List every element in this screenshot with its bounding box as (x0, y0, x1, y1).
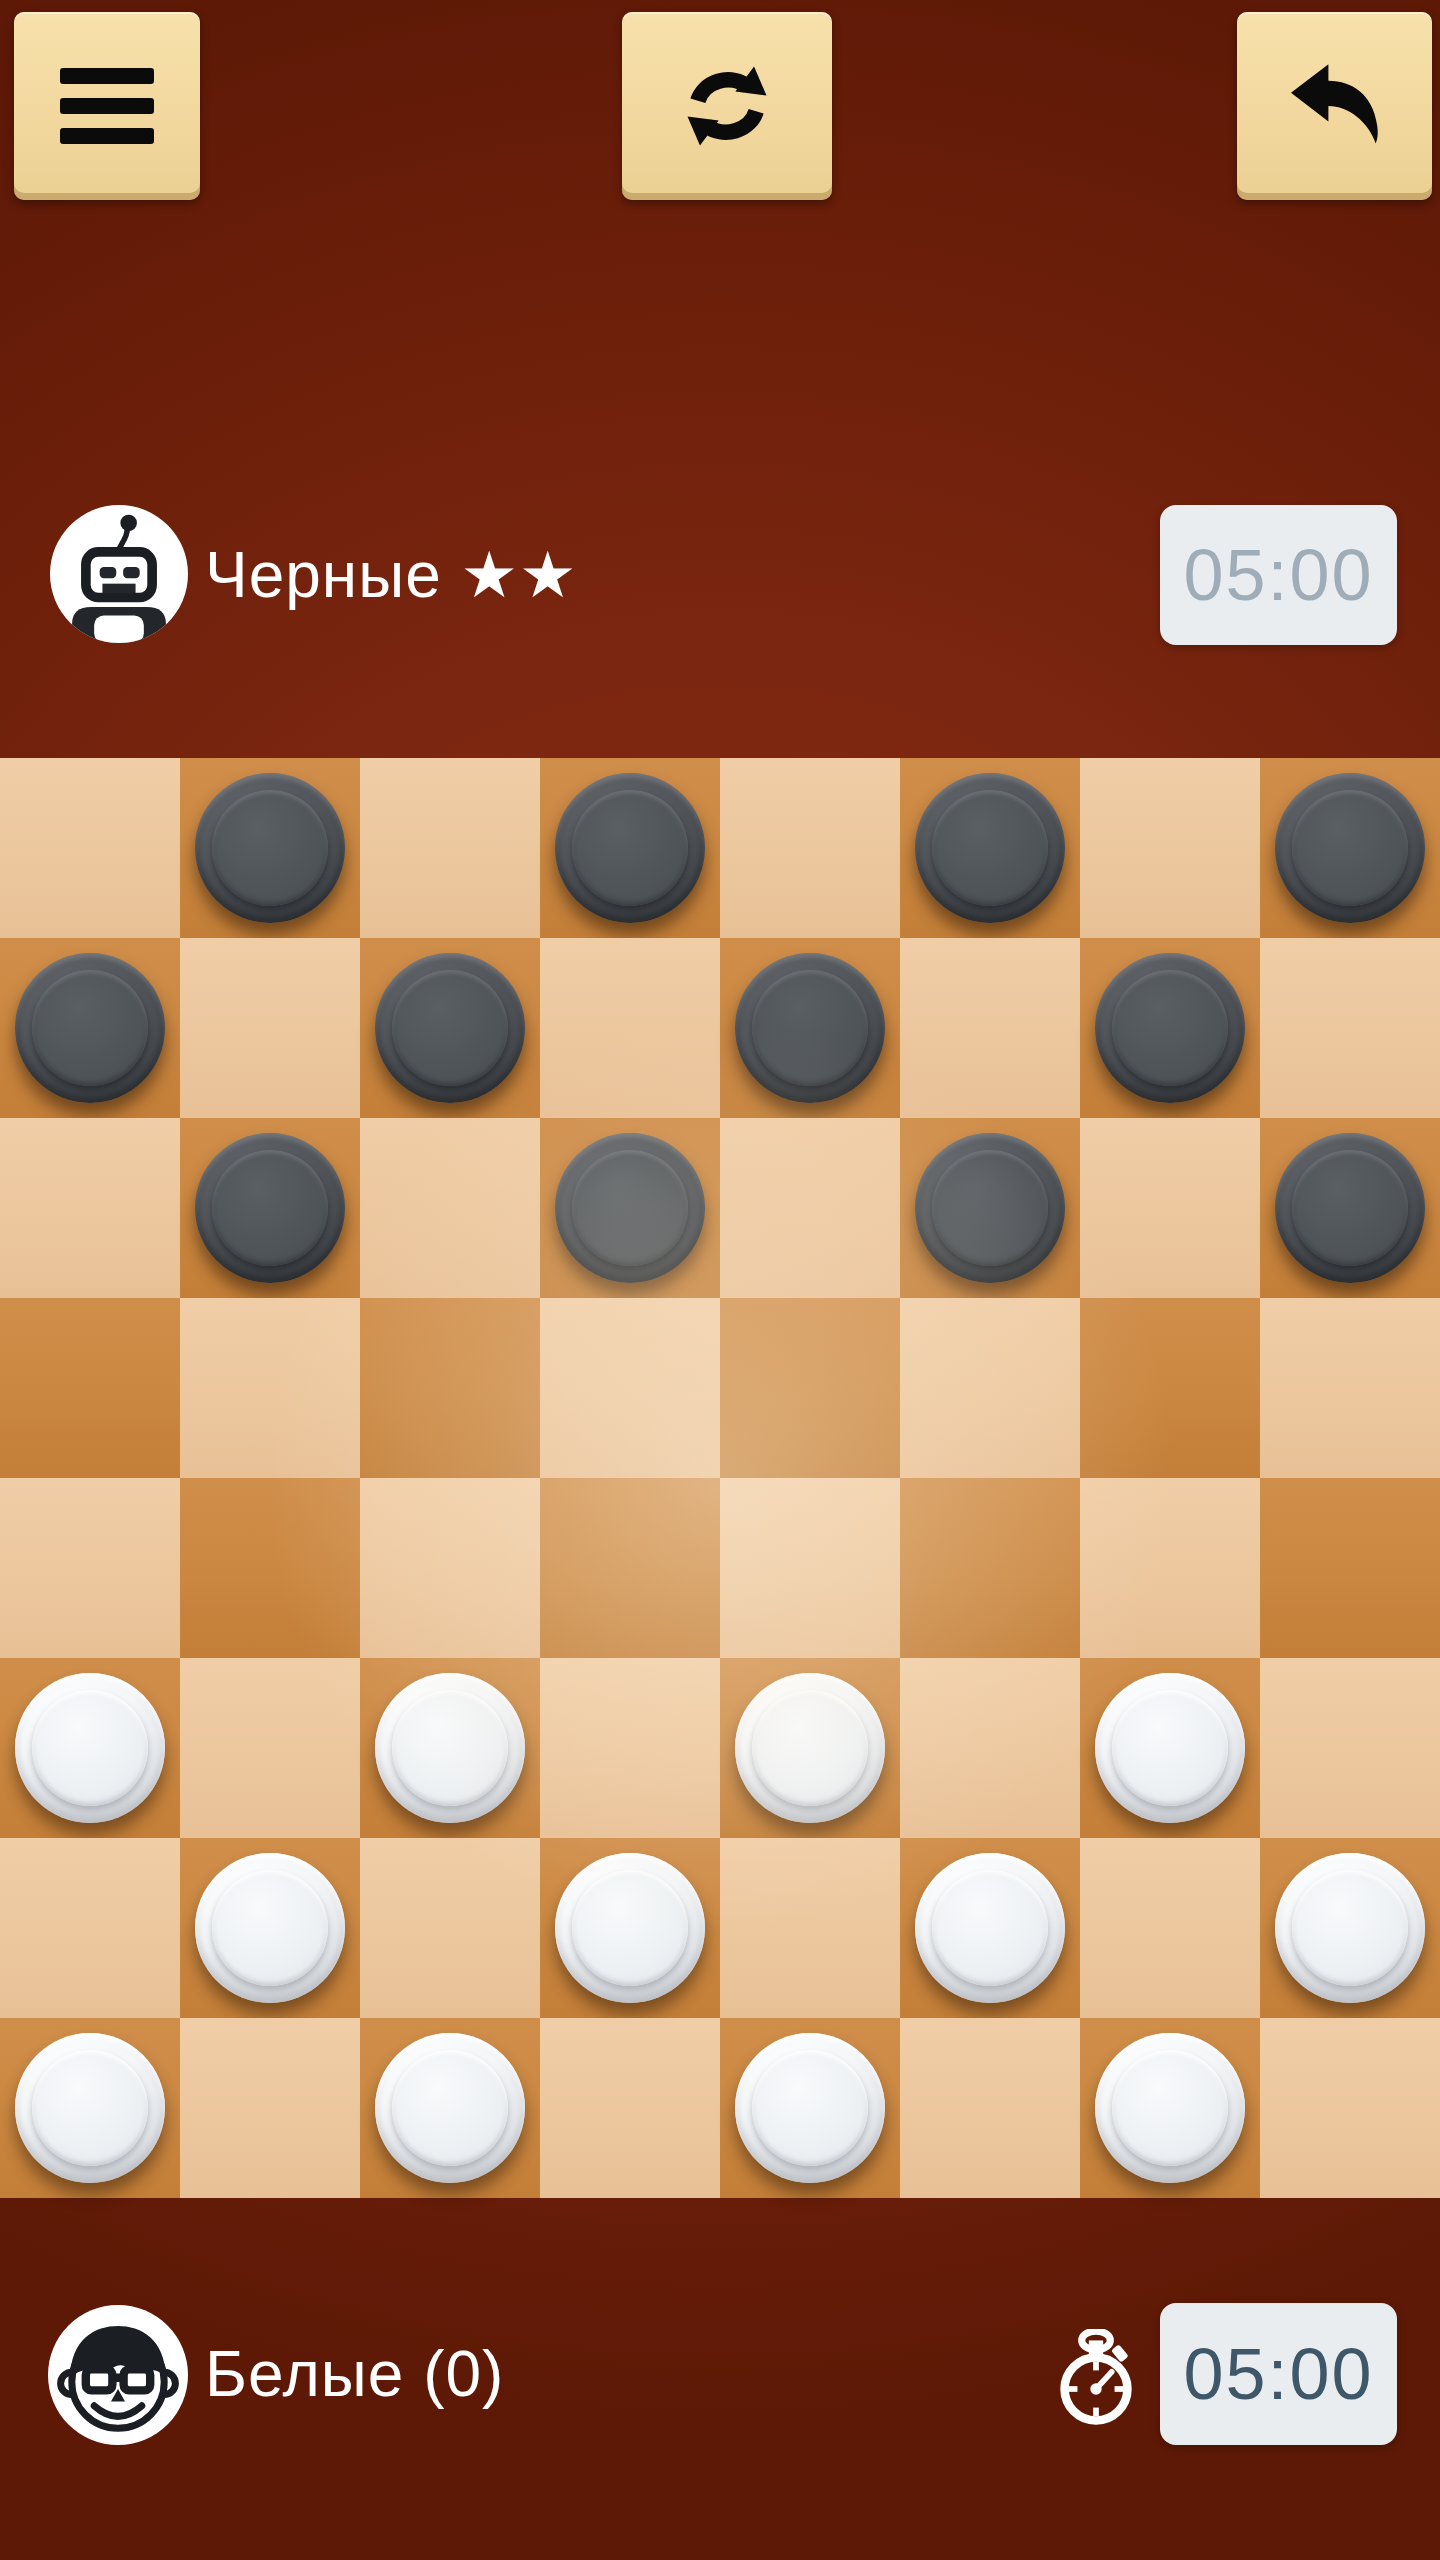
square-b3 (180, 1658, 360, 1838)
black-piece-b6[interactable] (195, 1133, 345, 1283)
white-piece-g1[interactable] (1095, 2033, 1245, 2183)
square-g3[interactable] (1080, 1658, 1260, 1838)
player-name-white: Белые (0) (205, 2337, 504, 2411)
square-d1 (540, 2018, 720, 2198)
white-piece-g3[interactable] (1095, 1673, 1245, 1823)
square-d5 (540, 1298, 720, 1478)
piece-face (932, 1870, 1048, 1986)
black-piece-d8[interactable] (555, 773, 705, 923)
square-a7[interactable] (0, 938, 180, 1118)
piece-face (932, 790, 1048, 906)
player-row-white: Белые (0) 05:00 (0, 2303, 1440, 2445)
square-g4 (1080, 1478, 1260, 1658)
avatar-black-robot (50, 505, 188, 643)
square-e5[interactable] (720, 1298, 900, 1478)
square-h7 (1260, 938, 1440, 1118)
piece-face (1112, 1690, 1228, 1806)
square-b5 (180, 1298, 360, 1478)
square-c6 (360, 1118, 540, 1298)
piece-face (1292, 790, 1408, 906)
square-a4 (0, 1478, 180, 1658)
square-b2[interactable] (180, 1838, 360, 2018)
piece-face (752, 970, 868, 1086)
piece-face (572, 1870, 688, 1986)
stopwatch-icon (1052, 2329, 1140, 2429)
square-a2 (0, 1838, 180, 2018)
avatar-white-face (48, 2305, 188, 2445)
white-piece-d2[interactable] (555, 1853, 705, 2003)
square-f2[interactable] (900, 1838, 1080, 2018)
square-g1[interactable] (1080, 2018, 1260, 2198)
piece-face (392, 2050, 508, 2166)
piece-face (392, 1690, 508, 1806)
piece-face (932, 1150, 1048, 1266)
square-b7 (180, 938, 360, 1118)
square-e4 (720, 1478, 900, 1658)
square-e2 (720, 1838, 900, 2018)
piece-face (212, 1150, 328, 1266)
piece-face (212, 1870, 328, 1986)
player-row-black: Черные ★★ 05:00 (0, 505, 1440, 645)
square-h2[interactable] (1260, 1838, 1440, 2018)
black-piece-g7[interactable] (1095, 953, 1245, 1103)
square-c3[interactable] (360, 1658, 540, 1838)
square-d6[interactable] (540, 1118, 720, 1298)
square-c4 (360, 1478, 540, 1658)
piece-face (1292, 1150, 1408, 1266)
square-f4[interactable] (900, 1478, 1080, 1658)
piece-face (32, 1690, 148, 1806)
black-piece-h8[interactable] (1275, 773, 1425, 923)
square-e3[interactable] (720, 1658, 900, 1838)
piece-face (1292, 1870, 1408, 1986)
white-piece-c1[interactable] (375, 2033, 525, 2183)
square-a8 (0, 758, 180, 938)
white-piece-a3[interactable] (15, 1673, 165, 1823)
hamburger-icon (60, 68, 154, 144)
piece-face (572, 790, 688, 906)
white-piece-a1[interactable] (15, 2033, 165, 2183)
square-a1[interactable] (0, 2018, 180, 2198)
piece-face (32, 2050, 148, 2166)
square-h8[interactable] (1260, 758, 1440, 938)
piece-face (1112, 970, 1228, 1086)
square-d3 (540, 1658, 720, 1838)
white-piece-b2[interactable] (195, 1853, 345, 2003)
black-piece-f8[interactable] (915, 773, 1065, 923)
black-piece-a7[interactable] (15, 953, 165, 1103)
black-piece-c7[interactable] (375, 953, 525, 1103)
game-screen: Черные ★★ 05:00 Белые (0) (0, 0, 1440, 2560)
square-g7[interactable] (1080, 938, 1260, 1118)
square-c1[interactable] (360, 2018, 540, 2198)
square-e6 (720, 1118, 900, 1298)
black-piece-h6[interactable] (1275, 1133, 1425, 1283)
white-piece-h2[interactable] (1275, 1853, 1425, 2003)
square-d2[interactable] (540, 1838, 720, 2018)
white-piece-f2[interactable] (915, 1853, 1065, 2003)
square-b6[interactable] (180, 1118, 360, 1298)
timer-black: 05:00 (1160, 505, 1397, 645)
refresh-icon (675, 54, 779, 158)
square-g2 (1080, 1838, 1260, 2018)
square-a6 (0, 1118, 180, 1298)
undo-button[interactable] (1237, 12, 1432, 200)
square-f3 (900, 1658, 1080, 1838)
square-d4[interactable] (540, 1478, 720, 1658)
white-piece-e1[interactable] (735, 2033, 885, 2183)
piece-face (212, 790, 328, 906)
square-g6 (1080, 1118, 1260, 1298)
square-d7 (540, 938, 720, 1118)
square-f6[interactable] (900, 1118, 1080, 1298)
square-d8[interactable] (540, 758, 720, 938)
piece-face (392, 970, 508, 1086)
piece-face (32, 970, 148, 1086)
square-c2 (360, 1838, 540, 2018)
square-c5[interactable] (360, 1298, 540, 1478)
board (0, 758, 1440, 2198)
undo-arrow-icon (1280, 51, 1390, 161)
square-f5 (900, 1298, 1080, 1478)
square-b1 (180, 2018, 360, 2198)
square-e8 (720, 758, 900, 938)
nerd-face-icon (48, 2305, 188, 2445)
piece-face (752, 2050, 868, 2166)
player-name-black: Черные ★★ (205, 538, 577, 612)
square-b4[interactable] (180, 1478, 360, 1658)
square-c7[interactable] (360, 938, 540, 1118)
square-f1 (900, 2018, 1080, 2198)
square-b8[interactable] (180, 758, 360, 938)
white-piece-e3[interactable] (735, 1673, 885, 1823)
square-g8 (1080, 758, 1260, 938)
piece-face (572, 1150, 688, 1266)
square-c8 (360, 758, 540, 938)
black-piece-e7[interactable] (735, 953, 885, 1103)
square-h3 (1260, 1658, 1440, 1838)
timer-white: 05:00 (1160, 2303, 1397, 2445)
square-f7 (900, 938, 1080, 1118)
robot-icon (50, 505, 188, 643)
piece-face (1112, 2050, 1228, 2166)
white-piece-c3[interactable] (375, 1673, 525, 1823)
black-piece-b8[interactable] (195, 773, 345, 923)
square-g5[interactable] (1080, 1298, 1260, 1478)
square-h6[interactable] (1260, 1118, 1440, 1298)
square-h5 (1260, 1298, 1440, 1478)
square-a5[interactable] (0, 1298, 180, 1478)
square-a3[interactable] (0, 1658, 180, 1838)
black-piece-d6[interactable] (555, 1133, 705, 1283)
piece-face (752, 1690, 868, 1806)
square-e1[interactable] (720, 2018, 900, 2198)
menu-button[interactable] (14, 12, 200, 200)
square-f8[interactable] (900, 758, 1080, 938)
restart-button[interactable] (622, 12, 832, 200)
square-h1 (1260, 2018, 1440, 2198)
square-h4[interactable] (1260, 1478, 1440, 1658)
black-piece-f6[interactable] (915, 1133, 1065, 1283)
square-e7[interactable] (720, 938, 900, 1118)
